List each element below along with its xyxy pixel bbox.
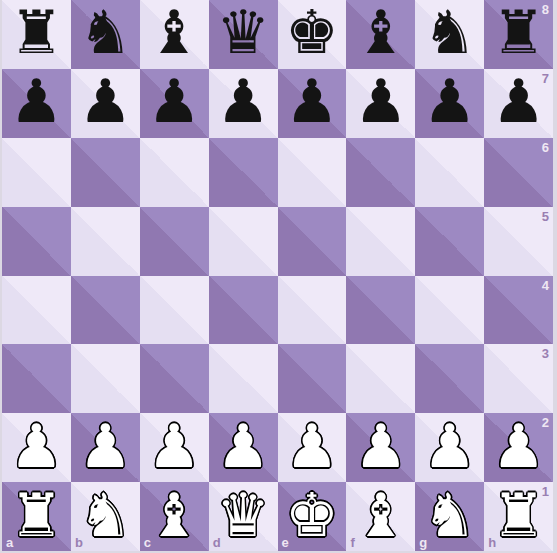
- square-h3[interactable]: 3: [484, 344, 553, 413]
- white-queen[interactable]: ♛: [216, 485, 270, 545]
- white-bishop[interactable]: ♝: [354, 485, 408, 545]
- black-queen[interactable]: ♛: [216, 2, 270, 62]
- white-pawn[interactable]: ♟: [285, 416, 339, 476]
- white-pawn[interactable]: ♟: [147, 416, 201, 476]
- square-d1[interactable]: ♛d: [209, 482, 278, 551]
- square-g1[interactable]: ♞g: [415, 482, 484, 551]
- black-king[interactable]: ♚: [285, 2, 339, 62]
- rank-label-4: 4: [542, 279, 549, 292]
- square-a3[interactable]: [2, 344, 71, 413]
- chess-app-screen: ♜♞♝♛♚♝♞♜8♟♟♟♟♟♟♟♟76543♟♟♟♟♟♟♟♟2♜a♞b♝c♛d♚…: [0, 0, 557, 553]
- square-e2[interactable]: ♟: [278, 413, 347, 482]
- rank-label-1: 1: [542, 485, 549, 498]
- rank-label-6: 6: [542, 141, 549, 154]
- square-a4[interactable]: [2, 276, 71, 345]
- rank-label-5: 5: [542, 210, 549, 223]
- square-d5[interactable]: [209, 207, 278, 276]
- square-f7[interactable]: ♟: [346, 69, 415, 138]
- rank-label-7: 7: [542, 72, 549, 85]
- square-a5[interactable]: [2, 207, 71, 276]
- square-f5[interactable]: [346, 207, 415, 276]
- square-h6[interactable]: 6: [484, 138, 553, 207]
- square-b6[interactable]: [71, 138, 140, 207]
- square-d8[interactable]: ♛: [209, 0, 278, 69]
- square-f1[interactable]: ♝f: [346, 482, 415, 551]
- black-rook[interactable]: ♜: [492, 2, 546, 62]
- black-pawn[interactable]: ♟: [216, 71, 270, 131]
- square-b5[interactable]: [71, 207, 140, 276]
- square-g6[interactable]: [415, 138, 484, 207]
- white-pawn[interactable]: ♟: [216, 416, 270, 476]
- square-d3[interactable]: [209, 344, 278, 413]
- white-bishop[interactable]: ♝: [147, 485, 201, 545]
- file-label-d: d: [213, 536, 221, 549]
- white-pawn[interactable]: ♟: [492, 416, 546, 476]
- white-rook[interactable]: ♜: [10, 485, 64, 545]
- black-pawn[interactable]: ♟: [285, 71, 339, 131]
- square-f4[interactable]: [346, 276, 415, 345]
- square-a6[interactable]: [2, 138, 71, 207]
- square-d4[interactable]: [209, 276, 278, 345]
- square-g7[interactable]: ♟: [415, 69, 484, 138]
- square-b2[interactable]: ♟: [71, 413, 140, 482]
- square-f3[interactable]: [346, 344, 415, 413]
- square-e1[interactable]: ♚e: [278, 482, 347, 551]
- black-bishop[interactable]: ♝: [147, 2, 201, 62]
- square-e8[interactable]: ♚: [278, 0, 347, 69]
- square-b3[interactable]: [71, 344, 140, 413]
- file-label-a: a: [6, 536, 13, 549]
- square-e3[interactable]: [278, 344, 347, 413]
- square-b8[interactable]: ♞: [71, 0, 140, 69]
- chess-board: ♜♞♝♛♚♝♞♜8♟♟♟♟♟♟♟♟76543♟♟♟♟♟♟♟♟2♜a♞b♝c♛d♚…: [2, 0, 553, 551]
- square-e7[interactable]: ♟: [278, 69, 347, 138]
- black-bishop[interactable]: ♝: [354, 2, 408, 62]
- white-pawn[interactable]: ♟: [354, 416, 408, 476]
- file-label-f: f: [350, 536, 354, 549]
- square-c8[interactable]: ♝: [140, 0, 209, 69]
- black-knight[interactable]: ♞: [423, 2, 477, 62]
- square-d6[interactable]: [209, 138, 278, 207]
- square-e4[interactable]: [278, 276, 347, 345]
- square-g4[interactable]: [415, 276, 484, 345]
- file-label-g: g: [419, 536, 427, 549]
- square-h4[interactable]: 4: [484, 276, 553, 345]
- rank-label-3: 3: [542, 347, 549, 360]
- square-h1[interactable]: ♜1h: [484, 482, 553, 551]
- white-pawn[interactable]: ♟: [423, 416, 477, 476]
- square-c1[interactable]: ♝c: [140, 482, 209, 551]
- square-a1[interactable]: ♜a: [2, 482, 71, 551]
- file-label-h: h: [488, 536, 496, 549]
- white-pawn[interactable]: ♟: [78, 416, 132, 476]
- square-h7[interactable]: ♟7: [484, 69, 553, 138]
- square-h8[interactable]: ♜8: [484, 0, 553, 69]
- square-c4[interactable]: [140, 276, 209, 345]
- white-knight[interactable]: ♞: [423, 485, 477, 545]
- file-label-b: b: [75, 536, 83, 549]
- square-c2[interactable]: ♟: [140, 413, 209, 482]
- square-g8[interactable]: ♞: [415, 0, 484, 69]
- square-a2[interactable]: ♟: [2, 413, 71, 482]
- square-g3[interactable]: [415, 344, 484, 413]
- square-f8[interactable]: ♝: [346, 0, 415, 69]
- rank-label-8: 8: [542, 3, 549, 16]
- white-pawn[interactable]: ♟: [10, 416, 64, 476]
- square-d7[interactable]: ♟: [209, 69, 278, 138]
- square-h2[interactable]: ♟2: [484, 413, 553, 482]
- square-c6[interactable]: [140, 138, 209, 207]
- square-c5[interactable]: [140, 207, 209, 276]
- black-knight[interactable]: ♞: [78, 2, 132, 62]
- square-b1[interactable]: ♞b: [71, 482, 140, 551]
- square-b7[interactable]: ♟: [71, 69, 140, 138]
- square-f2[interactable]: ♟: [346, 413, 415, 482]
- file-label-c: c: [144, 536, 151, 549]
- white-king[interactable]: ♚: [285, 485, 339, 545]
- square-a8[interactable]: ♜: [2, 0, 71, 69]
- file-label-e: e: [282, 536, 289, 549]
- square-e6[interactable]: [278, 138, 347, 207]
- black-pawn[interactable]: ♟: [147, 71, 201, 131]
- square-c3[interactable]: [140, 344, 209, 413]
- black-pawn[interactable]: ♟: [492, 71, 546, 131]
- black-pawn[interactable]: ♟: [10, 71, 64, 131]
- square-b4[interactable]: [71, 276, 140, 345]
- square-h5[interactable]: 5: [484, 207, 553, 276]
- square-c7[interactable]: ♟: [140, 69, 209, 138]
- square-g5[interactable]: [415, 207, 484, 276]
- black-pawn[interactable]: ♟: [354, 71, 408, 131]
- square-a7[interactable]: ♟: [2, 69, 71, 138]
- rank-label-2: 2: [542, 416, 549, 429]
- white-rook[interactable]: ♜: [492, 485, 546, 545]
- square-g2[interactable]: ♟: [415, 413, 484, 482]
- square-d2[interactable]: ♟: [209, 413, 278, 482]
- square-f6[interactable]: [346, 138, 415, 207]
- square-e5[interactable]: [278, 207, 347, 276]
- black-pawn[interactable]: ♟: [78, 71, 132, 131]
- black-pawn[interactable]: ♟: [423, 71, 477, 131]
- black-rook[interactable]: ♜: [10, 2, 64, 62]
- white-knight[interactable]: ♞: [78, 485, 132, 545]
